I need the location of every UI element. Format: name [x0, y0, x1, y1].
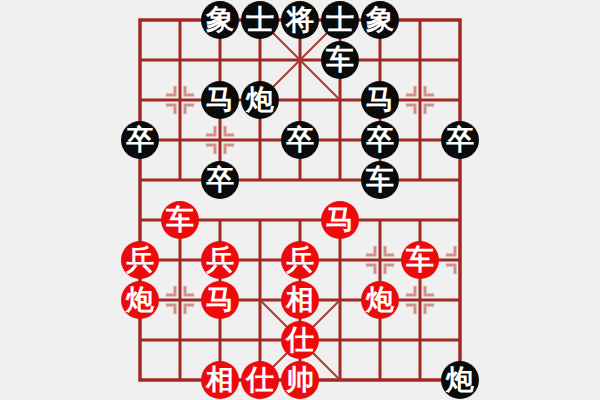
black-elephant[interactable]: 象 — [201, 1, 239, 39]
black-chariot[interactable]: 车 — [361, 161, 399, 199]
red-elephant[interactable]: 相 — [201, 361, 239, 399]
black-soldier[interactable]: 卒 — [361, 121, 399, 159]
red-advisor[interactable]: 仕 — [241, 361, 279, 399]
black-horse[interactable]: 马 — [361, 81, 399, 119]
red-cannon[interactable]: 炮 — [361, 281, 399, 319]
red-advisor[interactable]: 仕 — [281, 321, 319, 359]
red-elephant[interactable]: 相 — [281, 281, 319, 319]
black-advisor[interactable]: 士 — [321, 1, 359, 39]
black-soldier[interactable]: 卒 — [201, 161, 239, 199]
red-chariot[interactable]: 车 — [401, 241, 439, 279]
red-horse[interactable]: 马 — [201, 281, 239, 319]
xiangqi-board: 象士将士象车马炮马卒卒卒卒卒车炮车马兵兵兵车炮马相炮仕相仕帅 — [0, 0, 600, 400]
black-soldier[interactable]: 卒 — [281, 121, 319, 159]
red-soldier[interactable]: 兵 — [121, 241, 159, 279]
black-cannon[interactable]: 炮 — [441, 361, 479, 399]
black-horse[interactable]: 马 — [201, 81, 239, 119]
black-king[interactable]: 将 — [281, 1, 319, 39]
black-soldier[interactable]: 卒 — [441, 121, 479, 159]
black-chariot[interactable]: 车 — [321, 41, 359, 79]
red-chariot[interactable]: 车 — [161, 201, 199, 239]
black-soldier[interactable]: 卒 — [121, 121, 159, 159]
black-elephant[interactable]: 象 — [361, 1, 399, 39]
black-cannon[interactable]: 炮 — [241, 81, 279, 119]
red-horse[interactable]: 马 — [321, 201, 359, 239]
black-advisor[interactable]: 士 — [241, 1, 279, 39]
board-grid: 象士将士象车马炮马卒卒卒卒卒车炮车马兵兵兵车炮马相炮仕相仕帅 — [120, 0, 480, 400]
red-soldier[interactable]: 兵 — [201, 241, 239, 279]
red-king[interactable]: 帅 — [281, 361, 319, 399]
red-cannon[interactable]: 炮 — [121, 281, 159, 319]
red-soldier[interactable]: 兵 — [281, 241, 319, 279]
